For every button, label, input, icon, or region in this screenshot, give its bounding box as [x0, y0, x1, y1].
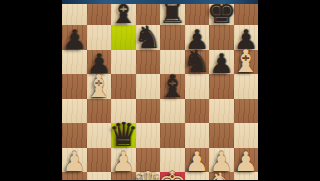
square-d4[interactable] [136, 99, 161, 124]
white-bishop[interactable]: ♝ [232, 46, 260, 77]
square-a2[interactable]: ♟ [62, 148, 87, 173]
square-c3[interactable]: ♛ [111, 123, 136, 148]
chess-board[interactable]: ♝♜♚♟♞♟♟♟♞♟♝♝♝♛♟♟♟♟♟♛♚♞ [62, 1, 258, 181]
square-f8[interactable] [185, 1, 210, 26]
black-knight[interactable]: ♞ [183, 46, 211, 77]
black-king[interactable]: ♚ [206, 0, 236, 28]
square-a4[interactable] [62, 99, 87, 124]
square-d3[interactable] [136, 123, 161, 148]
white-pawn[interactable]: ♟ [62, 148, 86, 175]
white-pawn[interactable]: ♟ [234, 148, 258, 175]
white-knight[interactable]: ♞ [207, 169, 235, 181]
square-e1[interactable]: ♚ [160, 172, 185, 180]
square-h4[interactable] [234, 99, 259, 124]
square-a5[interactable] [62, 74, 87, 99]
square-c6[interactable] [111, 50, 136, 75]
white-pawn[interactable]: ♟ [185, 148, 209, 175]
square-f4[interactable] [185, 99, 210, 124]
square-g8[interactable]: ♚ [209, 1, 234, 26]
square-d5[interactable] [136, 74, 161, 99]
right-letterbox [258, 0, 320, 180]
square-g6[interactable]: ♟ [209, 50, 234, 75]
square-d1[interactable]: ♛ [136, 172, 161, 180]
white-pawn[interactable]: ♟ [111, 148, 135, 175]
top-bar [62, 0, 258, 4]
square-h3[interactable] [234, 123, 259, 148]
black-pawn[interactable]: ♟ [62, 26, 86, 53]
square-c2[interactable]: ♟ [111, 148, 136, 173]
square-h6[interactable]: ♝ [234, 50, 259, 75]
square-f3[interactable] [185, 123, 210, 148]
square-b7[interactable] [87, 25, 112, 50]
square-h2[interactable]: ♟ [234, 148, 259, 173]
black-rook[interactable]: ♜ [158, 0, 186, 28]
black-pawn[interactable]: ♟ [209, 50, 233, 77]
black-bishop[interactable]: ♝ [158, 71, 186, 102]
app-screen: ♝♜♚♟♞♟♟♟♞♟♝♝♝♛♟♟♟♟♟♛♚♞ [0, 0, 320, 180]
square-g4[interactable] [209, 99, 234, 124]
square-a8[interactable] [62, 1, 87, 26]
square-e8[interactable]: ♜ [160, 1, 185, 26]
square-g3[interactable] [209, 123, 234, 148]
square-d7[interactable]: ♞ [136, 25, 161, 50]
white-king[interactable]: ♚ [157, 167, 187, 181]
square-b3[interactable] [87, 123, 112, 148]
left-letterbox [0, 0, 62, 180]
black-knight[interactable]: ♞ [134, 22, 162, 53]
square-a3[interactable] [62, 123, 87, 148]
white-bishop[interactable]: ♝ [85, 71, 113, 102]
square-c8[interactable]: ♝ [111, 1, 136, 26]
square-b5[interactable]: ♝ [87, 74, 112, 99]
square-h8[interactable] [234, 1, 259, 26]
square-b1[interactable] [87, 172, 112, 180]
square-a7[interactable]: ♟ [62, 25, 87, 50]
square-b2[interactable] [87, 148, 112, 173]
square-g1[interactable]: ♞ [209, 172, 234, 180]
square-f6[interactable]: ♞ [185, 50, 210, 75]
square-f2[interactable]: ♟ [185, 148, 210, 173]
square-b8[interactable] [87, 1, 112, 26]
square-e5[interactable]: ♝ [160, 74, 185, 99]
square-e3[interactable] [160, 123, 185, 148]
square-c5[interactable] [111, 74, 136, 99]
